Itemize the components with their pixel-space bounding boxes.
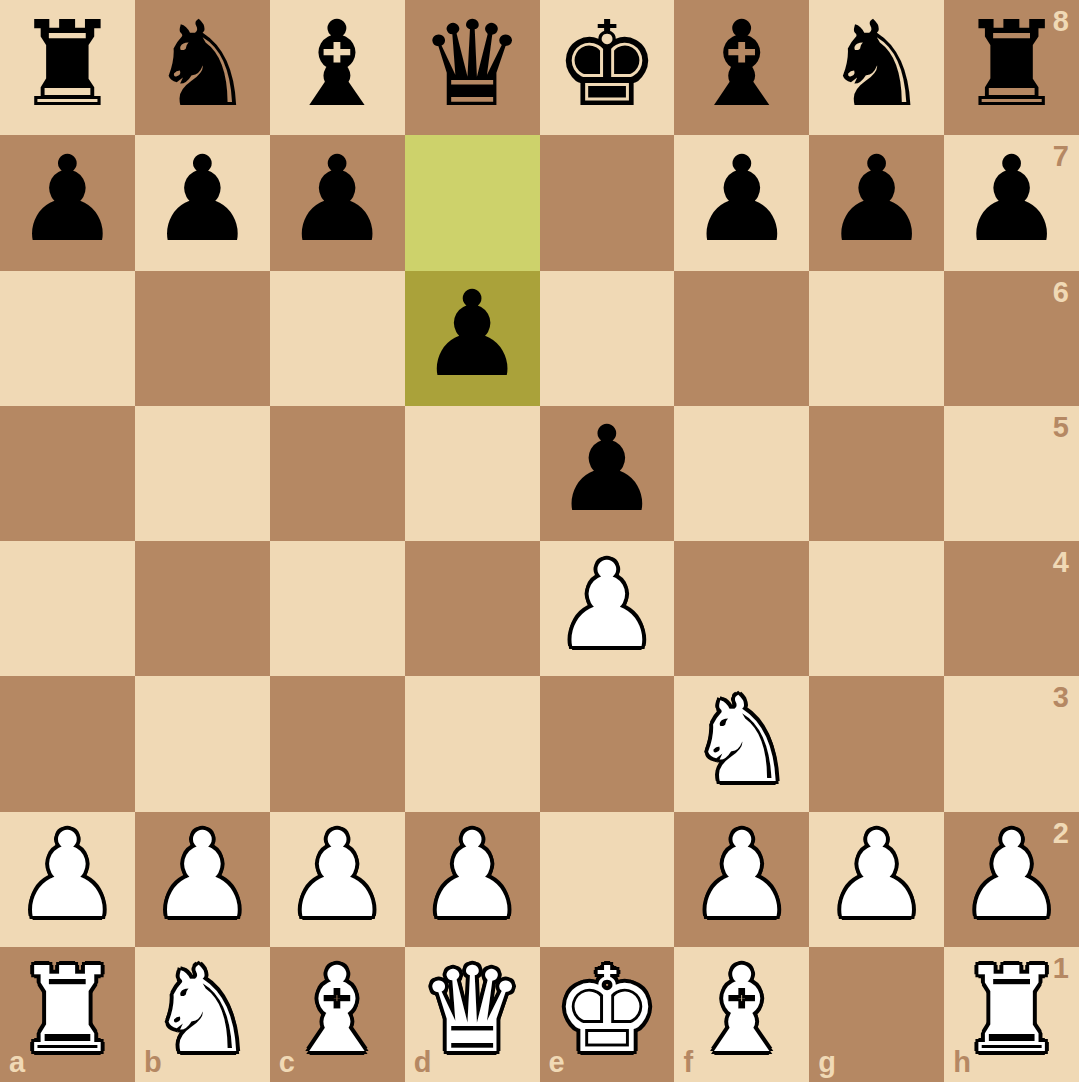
white-pawn-piece[interactable]: ♟ <box>824 816 930 934</box>
square-b8[interactable]: ♞ <box>135 0 270 135</box>
white-queen-piece[interactable]: ♛ <box>419 951 525 1069</box>
square-e4[interactable]: ♟ <box>540 541 675 676</box>
square-g3[interactable] <box>809 676 944 811</box>
white-rook-piece[interactable]: ♜ <box>959 951 1065 1069</box>
rank-label-3: 3 <box>1053 683 1069 712</box>
square-c6[interactable] <box>270 271 405 406</box>
square-d8[interactable]: ♛ <box>405 0 540 135</box>
square-d3[interactable] <box>405 676 540 811</box>
square-e1[interactable]: ♚e <box>540 947 675 1082</box>
black-knight-piece[interactable]: ♞ <box>824 5 930 123</box>
square-e8[interactable]: ♚ <box>540 0 675 135</box>
black-rook-piece[interactable]: ♜ <box>959 5 1065 123</box>
square-f5[interactable] <box>674 406 809 541</box>
square-b6[interactable] <box>135 271 270 406</box>
square-c3[interactable] <box>270 676 405 811</box>
square-e5[interactable]: ♟ <box>540 406 675 541</box>
square-d7[interactable] <box>405 135 540 270</box>
black-pawn-piece[interactable]: ♟ <box>959 140 1065 258</box>
square-f8[interactable]: ♝ <box>674 0 809 135</box>
square-a3[interactable] <box>0 676 135 811</box>
square-a2[interactable]: ♟ <box>0 812 135 947</box>
square-e2[interactable] <box>540 812 675 947</box>
white-knight-piece[interactable]: ♞ <box>149 951 255 1069</box>
black-rook-piece[interactable]: ♜ <box>15 5 121 123</box>
rank-label-4: 4 <box>1053 548 1069 577</box>
square-b1[interactable]: ♞b <box>135 947 270 1082</box>
rank-label-6: 6 <box>1053 278 1069 307</box>
square-b2[interactable]: ♟ <box>135 812 270 947</box>
square-d5[interactable] <box>405 406 540 541</box>
square-h4[interactable]: 4 <box>944 541 1079 676</box>
square-g2[interactable]: ♟ <box>809 812 944 947</box>
square-d4[interactable] <box>405 541 540 676</box>
square-c1[interactable]: ♝c <box>270 947 405 1082</box>
square-g6[interactable] <box>809 271 944 406</box>
square-b5[interactable] <box>135 406 270 541</box>
square-c2[interactable]: ♟ <box>270 812 405 947</box>
square-d6[interactable]: ♟ <box>405 271 540 406</box>
square-a6[interactable] <box>0 271 135 406</box>
square-g5[interactable] <box>809 406 944 541</box>
square-h5[interactable]: 5 <box>944 406 1079 541</box>
black-pawn-piece[interactable]: ♟ <box>689 140 795 258</box>
square-g8[interactable]: ♞ <box>809 0 944 135</box>
white-pawn-piece[interactable]: ♟ <box>554 546 660 664</box>
square-e6[interactable] <box>540 271 675 406</box>
square-e3[interactable] <box>540 676 675 811</box>
black-pawn-piece[interactable]: ♟ <box>15 140 121 258</box>
white-pawn-piece[interactable]: ♟ <box>689 816 795 934</box>
black-knight-piece[interactable]: ♞ <box>149 5 255 123</box>
white-pawn-piece[interactable]: ♟ <box>959 816 1065 934</box>
square-g1[interactable]: g <box>809 947 944 1082</box>
square-f4[interactable] <box>674 541 809 676</box>
square-d1[interactable]: ♛d <box>405 947 540 1082</box>
square-b7[interactable]: ♟ <box>135 135 270 270</box>
square-f7[interactable]: ♟ <box>674 135 809 270</box>
square-d2[interactable]: ♟ <box>405 812 540 947</box>
black-bishop-piece[interactable]: ♝ <box>689 5 795 123</box>
white-pawn-piece[interactable]: ♟ <box>149 816 255 934</box>
square-b4[interactable] <box>135 541 270 676</box>
square-f6[interactable] <box>674 271 809 406</box>
chess-board: ♜♞♝♛♚♝♞♜8♟♟♟♟♟♟7♟6♟5♟4♞3♟♟♟♟♟♟♟2♜a♞b♝c♛d… <box>0 0 1079 1082</box>
square-h1[interactable]: ♜h1 <box>944 947 1079 1082</box>
square-h2[interactable]: ♟2 <box>944 812 1079 947</box>
black-queen-piece[interactable]: ♛ <box>419 5 525 123</box>
file-label-g: g <box>818 1048 836 1077</box>
black-pawn-piece[interactable]: ♟ <box>554 410 660 528</box>
square-a1[interactable]: ♜a <box>0 947 135 1082</box>
white-king-piece[interactable]: ♚ <box>554 951 660 1069</box>
square-f1[interactable]: ♝f <box>674 947 809 1082</box>
square-a7[interactable]: ♟ <box>0 135 135 270</box>
white-pawn-piece[interactable]: ♟ <box>15 816 121 934</box>
square-h7[interactable]: ♟7 <box>944 135 1079 270</box>
square-c8[interactable]: ♝ <box>270 0 405 135</box>
square-h8[interactable]: ♜8 <box>944 0 1079 135</box>
black-king-piece[interactable]: ♚ <box>554 5 660 123</box>
square-e7[interactable] <box>540 135 675 270</box>
square-g4[interactable] <box>809 541 944 676</box>
square-a5[interactable] <box>0 406 135 541</box>
square-a8[interactable]: ♜ <box>0 0 135 135</box>
square-c5[interactable] <box>270 406 405 541</box>
black-bishop-piece[interactable]: ♝ <box>284 5 390 123</box>
white-bishop-piece[interactable]: ♝ <box>689 951 795 1069</box>
black-pawn-piece[interactable]: ♟ <box>824 140 930 258</box>
white-bishop-piece[interactable]: ♝ <box>284 951 390 1069</box>
square-f3[interactable]: ♞ <box>674 676 809 811</box>
white-pawn-piece[interactable]: ♟ <box>284 816 390 934</box>
square-h3[interactable]: 3 <box>944 676 1079 811</box>
square-a4[interactable] <box>0 541 135 676</box>
square-b3[interactable] <box>135 676 270 811</box>
white-rook-piece[interactable]: ♜ <box>15 951 121 1069</box>
white-knight-piece[interactable]: ♞ <box>689 681 795 799</box>
square-c7[interactable]: ♟ <box>270 135 405 270</box>
white-pawn-piece[interactable]: ♟ <box>419 816 525 934</box>
black-pawn-piece[interactable]: ♟ <box>284 140 390 258</box>
square-g7[interactable]: ♟ <box>809 135 944 270</box>
black-pawn-piece[interactable]: ♟ <box>149 140 255 258</box>
rank-label-5: 5 <box>1053 413 1069 442</box>
black-pawn-piece[interactable]: ♟ <box>419 275 525 393</box>
square-f2[interactable]: ♟ <box>674 812 809 947</box>
square-c4[interactable] <box>270 541 405 676</box>
square-h6[interactable]: 6 <box>944 271 1079 406</box>
